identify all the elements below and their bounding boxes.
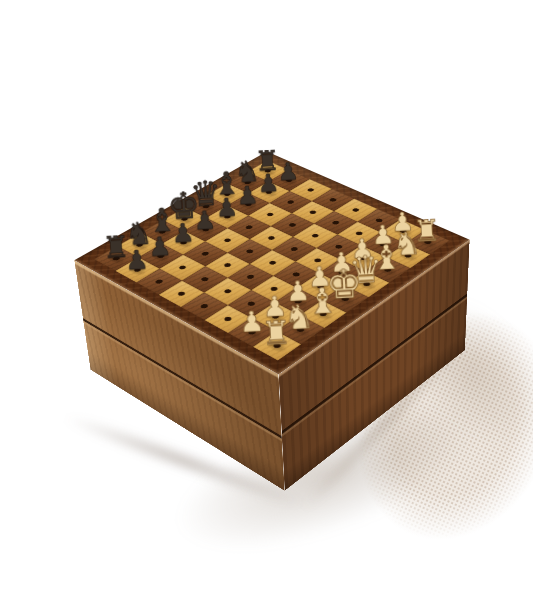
black-pawn-icon: ♟ <box>110 246 164 275</box>
scene: ♜♞♝♛♚♝♞♜♟♟♟♟♟♟♟♟♟♟♟♟♟♟♟♟♜♞♝♛♚♝♞♜ <box>0 0 533 613</box>
scene-3d: ♜♞♝♛♚♝♞♜♟♟♟♟♟♟♟♟♟♟♟♟♟♟♟♟♜♞♝♛♚♝♞♜ <box>0 0 533 613</box>
camera-tilt: ♜♞♝♛♚♝♞♜♟♟♟♟♟♟♟♟♟♟♟♟♟♟♟♟♜♞♝♛♚♝♞♜ <box>0 0 533 613</box>
chess-box: ♜♞♝♛♚♝♞♜♟♟♟♟♟♟♟♟♟♟♟♟♟♟♟♟♜♞♝♛♚♝♞♜ <box>74 152 469 375</box>
white-rook-icon: ♜ <box>247 316 306 352</box>
